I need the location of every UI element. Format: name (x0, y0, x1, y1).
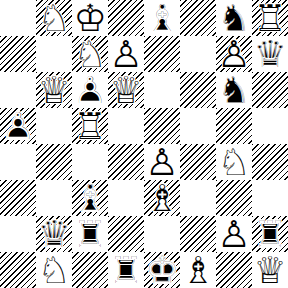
square-d8[interactable] (108, 0, 144, 36)
square-c4[interactable] (72, 144, 108, 180)
square-g4[interactable]: ♞♘ (216, 144, 252, 180)
piece-silhouette-glyph: ♞ (216, 72, 252, 108)
piece-silhouette-glyph: ♛ (36, 72, 72, 108)
piece-silhouette-glyph: ♛ (252, 36, 288, 72)
square-b8[interactable]: ♞♘ (36, 0, 72, 36)
square-b2[interactable]: ♛♕ (36, 216, 72, 252)
square-c1[interactable] (72, 252, 108, 288)
square-c5[interactable]: ♜♖ (72, 108, 108, 144)
piece-white-knight: ♞♘ (72, 36, 108, 72)
piece-silhouette-glyph: ♞ (36, 252, 72, 288)
piece-outline-glyph: ♖ (72, 108, 108, 144)
square-c2[interactable]: ♜♖ (72, 216, 108, 252)
piece-white-pawn: ♟♙ (144, 144, 180, 180)
piece-white-pawn: ♟♙ (216, 216, 252, 252)
piece-silhouette-glyph: ♜ (252, 216, 288, 252)
piece-outline-glyph: ♘ (216, 144, 252, 180)
square-h6[interactable] (252, 72, 288, 108)
square-a5[interactable]: ♟♙ (0, 108, 36, 144)
piece-white-king: ♚♔ (72, 0, 108, 36)
square-f3[interactable] (180, 180, 216, 216)
piece-black-rook: ♜♖ (252, 216, 288, 252)
piece-outline-glyph: ♖ (108, 252, 144, 288)
square-a4[interactable] (0, 144, 36, 180)
piece-white-rook: ♜♖ (252, 0, 288, 36)
square-c8[interactable]: ♚♔ (72, 0, 108, 36)
square-d7[interactable]: ♟♙ (108, 36, 144, 72)
piece-silhouette-glyph: ♟ (0, 108, 36, 144)
piece-black-pawn: ♟♙ (72, 72, 108, 108)
piece-white-bishop: ♝♗ (144, 180, 180, 216)
piece-silhouette-glyph: ♟ (72, 72, 108, 108)
piece-silhouette-glyph: ♟ (108, 36, 144, 72)
square-e6[interactable] (144, 72, 180, 108)
square-e5[interactable] (144, 108, 180, 144)
piece-silhouette-glyph: ♜ (252, 0, 288, 36)
square-e2[interactable] (144, 216, 180, 252)
piece-black-king: ♚♔ (144, 252, 180, 288)
square-c7[interactable]: ♞♘ (72, 36, 108, 72)
piece-white-queen: ♛♕ (36, 72, 72, 108)
square-d4[interactable] (108, 144, 144, 180)
square-c3[interactable]: ♝♗ (72, 180, 108, 216)
square-f2[interactable] (180, 216, 216, 252)
square-d6[interactable]: ♛♕ (108, 72, 144, 108)
piece-silhouette-glyph: ♝ (144, 180, 180, 216)
square-f1[interactable]: ♝♗ (180, 252, 216, 288)
piece-silhouette-glyph: ♞ (216, 0, 252, 36)
piece-outline-glyph: ♕ (36, 72, 72, 108)
piece-silhouette-glyph: ♚ (72, 0, 108, 36)
square-b7[interactable] (36, 36, 72, 72)
square-a1[interactable] (0, 252, 36, 288)
square-f7[interactable] (180, 36, 216, 72)
piece-black-rook: ♜♖ (108, 252, 144, 288)
piece-silhouette-glyph: ♟ (216, 36, 252, 72)
piece-silhouette-glyph: ♛ (252, 252, 288, 288)
square-b4[interactable] (36, 144, 72, 180)
piece-white-knight: ♞♘ (36, 0, 72, 36)
piece-white-pawn: ♟♙ (216, 36, 252, 72)
piece-black-bishop: ♝♗ (72, 180, 108, 216)
square-d2[interactable] (108, 216, 144, 252)
square-e8[interactable]: ♝♗ (144, 0, 180, 36)
piece-outline-glyph: ♗ (72, 180, 108, 216)
piece-outline-glyph: ♕ (252, 36, 288, 72)
square-h7[interactable]: ♛♕ (252, 36, 288, 72)
square-a8[interactable] (0, 0, 36, 36)
square-b1[interactable]: ♞♘ (36, 252, 72, 288)
piece-silhouette-glyph: ♚ (144, 252, 180, 288)
square-g7[interactable]: ♟♙ (216, 36, 252, 72)
piece-black-queen: ♛♕ (252, 36, 288, 72)
piece-silhouette-glyph: ♞ (72, 36, 108, 72)
square-e7[interactable] (144, 36, 180, 72)
piece-black-knight: ♞♘ (216, 72, 252, 108)
square-a7[interactable] (0, 36, 36, 72)
piece-silhouette-glyph: ♝ (180, 252, 216, 288)
piece-white-knight: ♞♘ (216, 144, 252, 180)
square-a6[interactable] (0, 72, 36, 108)
piece-outline-glyph: ♕ (108, 72, 144, 108)
piece-outline-glyph: ♘ (72, 36, 108, 72)
piece-outline-glyph: ♖ (72, 216, 108, 252)
square-c6[interactable]: ♟♙ (72, 72, 108, 108)
piece-black-knight: ♞♘ (216, 0, 252, 36)
piece-outline-glyph: ♕ (252, 252, 288, 288)
square-g8[interactable]: ♞♘ (216, 0, 252, 36)
piece-black-queen: ♛♕ (36, 216, 72, 252)
piece-outline-glyph: ♖ (252, 216, 288, 252)
chess-board: ♞♘♚♔♝♗♞♘♜♖♞♘♟♙♟♙♛♕♛♕♟♙♛♕♞♘♟♙♜♖♟♙♞♘♝♗♝♗♛♕… (0, 0, 288, 288)
square-g5[interactable] (216, 108, 252, 144)
piece-silhouette-glyph: ♟ (144, 144, 180, 180)
square-g2[interactable]: ♟♙ (216, 216, 252, 252)
piece-silhouette-glyph: ♜ (72, 216, 108, 252)
piece-outline-glyph: ♗ (180, 252, 216, 288)
piece-white-knight: ♞♘ (36, 252, 72, 288)
piece-white-queen: ♛♕ (252, 252, 288, 288)
piece-silhouette-glyph: ♜ (108, 252, 144, 288)
piece-outline-glyph: ♙ (108, 36, 144, 72)
piece-outline-glyph: ♕ (36, 216, 72, 252)
piece-outline-glyph: ♙ (72, 72, 108, 108)
piece-outline-glyph: ♙ (216, 36, 252, 72)
square-g1[interactable] (216, 252, 252, 288)
square-a3[interactable] (0, 180, 36, 216)
square-b6[interactable]: ♛♕ (36, 72, 72, 108)
square-f4[interactable] (180, 144, 216, 180)
square-h3[interactable] (252, 180, 288, 216)
square-g3[interactable] (216, 180, 252, 216)
square-h4[interactable] (252, 144, 288, 180)
square-h5[interactable] (252, 108, 288, 144)
piece-black-pawn: ♟♙ (0, 108, 36, 144)
piece-outline-glyph: ♙ (0, 108, 36, 144)
square-a2[interactable] (0, 216, 36, 252)
square-b5[interactable] (36, 108, 72, 144)
piece-outline-glyph: ♘ (216, 0, 252, 36)
piece-outline-glyph: ♔ (144, 252, 180, 288)
piece-silhouette-glyph: ♛ (108, 72, 144, 108)
piece-silhouette-glyph: ♝ (72, 180, 108, 216)
piece-silhouette-glyph: ♞ (216, 144, 252, 180)
square-d5[interactable] (108, 108, 144, 144)
square-h2[interactable]: ♜♖ (252, 216, 288, 252)
piece-silhouette-glyph: ♜ (72, 108, 108, 144)
piece-black-bishop: ♝♗ (144, 0, 180, 36)
square-g6[interactable]: ♞♘ (216, 72, 252, 108)
piece-outline-glyph: ♘ (36, 0, 72, 36)
piece-outline-glyph: ♙ (144, 144, 180, 180)
square-h8[interactable]: ♜♖ (252, 0, 288, 36)
piece-outline-glyph: ♗ (144, 180, 180, 216)
piece-outline-glyph: ♔ (72, 0, 108, 36)
square-d1[interactable]: ♜♖ (108, 252, 144, 288)
piece-outline-glyph: ♗ (144, 0, 180, 36)
piece-white-queen: ♛♕ (108, 72, 144, 108)
square-f8[interactable] (180, 0, 216, 36)
piece-outline-glyph: ♖ (252, 0, 288, 36)
square-e1[interactable]: ♚♔ (144, 252, 180, 288)
piece-outline-glyph: ♘ (36, 252, 72, 288)
square-f5[interactable] (180, 108, 216, 144)
square-e3[interactable]: ♝♗ (144, 180, 180, 216)
piece-outline-glyph: ♘ (216, 72, 252, 108)
square-b3[interactable] (36, 180, 72, 216)
square-e4[interactable]: ♟♙ (144, 144, 180, 180)
square-f6[interactable] (180, 72, 216, 108)
piece-silhouette-glyph: ♞ (36, 0, 72, 36)
piece-silhouette-glyph: ♛ (36, 216, 72, 252)
square-d3[interactable] (108, 180, 144, 216)
piece-silhouette-glyph: ♝ (144, 0, 180, 36)
piece-white-rook: ♜♖ (72, 108, 108, 144)
piece-white-pawn: ♟♙ (108, 36, 144, 72)
piece-silhouette-glyph: ♟ (216, 216, 252, 252)
piece-black-rook: ♜♖ (72, 216, 108, 252)
piece-outline-glyph: ♙ (216, 216, 252, 252)
square-h1[interactable]: ♛♕ (252, 252, 288, 288)
piece-white-bishop: ♝♗ (180, 252, 216, 288)
